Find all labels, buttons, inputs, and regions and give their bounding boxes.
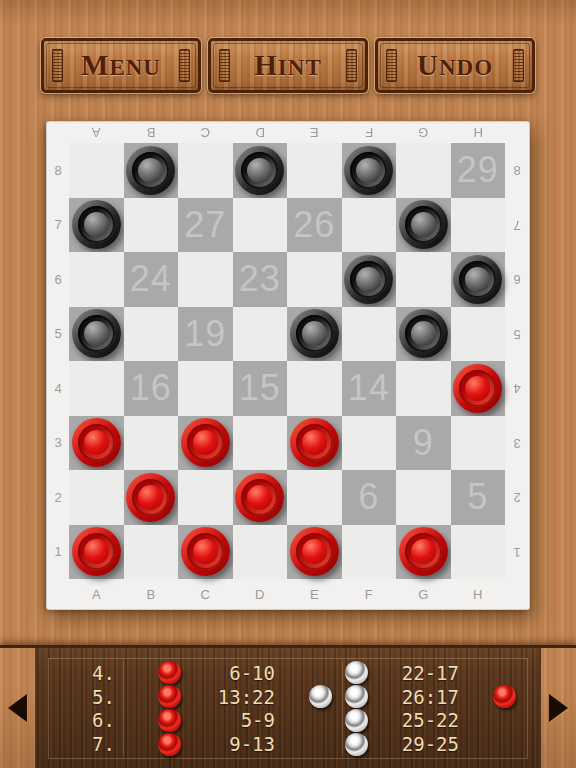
red-move-cell: 5-9 [124, 709, 343, 733]
square-b6[interactable]: 24 [124, 252, 179, 307]
icon-slot [298, 685, 342, 708]
app-screen: Menu Hint Undo ABCDEFGH82987272676242365… [0, 0, 576, 768]
square-b1 [124, 525, 179, 580]
ornament-left-icon [52, 49, 63, 82]
file-label-bottom-a: A [69, 579, 124, 609]
rank-label-right-7: 7 [505, 198, 529, 253]
square-f6[interactable] [342, 252, 397, 307]
square-c7[interactable]: 27 [178, 198, 233, 253]
white-checker-icon [345, 685, 368, 708]
rank-label-right-5: 5 [505, 307, 529, 362]
black-checker-piece[interactable] [399, 200, 448, 249]
square-f1 [342, 525, 397, 580]
square-number-6: 6 [342, 470, 397, 525]
right-arrow-icon [549, 694, 568, 722]
square-a5[interactable] [69, 307, 124, 362]
square-f7 [342, 198, 397, 253]
board-corner [47, 579, 69, 609]
square-h8[interactable]: 29 [451, 143, 506, 198]
square-h5 [451, 307, 506, 362]
square-e7[interactable]: 26 [287, 198, 342, 253]
square-h4[interactable] [451, 361, 506, 416]
toolbar: Menu Hint Undo [0, 38, 576, 93]
next-moves-button[interactable] [539, 648, 576, 768]
square-c2 [178, 470, 233, 525]
board-corner [505, 122, 529, 143]
red-checker-piece[interactable] [181, 527, 230, 576]
icon-slot [124, 661, 198, 684]
rank-label-left-5: 5 [47, 307, 69, 362]
undo-button-label: Undo [417, 51, 493, 80]
square-a6 [69, 252, 124, 307]
square-e3[interactable] [287, 416, 342, 471]
black-checker-piece[interactable] [235, 146, 284, 195]
captured-white-checker-icon [309, 685, 332, 708]
square-h7 [451, 198, 506, 253]
menu-button-label: Menu [81, 51, 161, 80]
square-a1[interactable] [69, 525, 124, 580]
rank-label-left-3: 3 [47, 416, 69, 471]
ornament-right-icon [513, 49, 524, 82]
square-f5 [342, 307, 397, 362]
ornament-right-icon [346, 49, 357, 82]
rank-label-left-4: 4 [47, 361, 69, 416]
file-label-bottom-h: H [451, 579, 506, 609]
file-label-bottom-b: B [124, 579, 179, 609]
square-b4[interactable]: 16 [124, 361, 179, 416]
square-d1 [233, 525, 288, 580]
white-checker-icon [345, 661, 368, 684]
file-label-top-b: B [124, 122, 179, 143]
move-list-panel: 4.6-1022-175.13:2226:176.5-925-227.9-132… [37, 648, 539, 768]
square-number-15: 15 [233, 361, 288, 416]
red-checker-piece[interactable] [453, 364, 502, 413]
rank-label-right-8: 8 [505, 143, 529, 198]
square-b3 [124, 416, 179, 471]
red-checker-piece[interactable] [235, 473, 284, 522]
black-move-text: 25-22 [371, 709, 481, 731]
file-label-bottom-d: D [233, 579, 288, 609]
square-g8 [396, 143, 451, 198]
red-checker-piece[interactable] [290, 418, 339, 467]
red-checker-piece[interactable] [290, 527, 339, 576]
file-label-top-e: E [287, 122, 342, 143]
rank-label-left-6: 6 [47, 252, 69, 307]
square-f4[interactable]: 14 [342, 361, 397, 416]
black-move-text: 26:17 [371, 686, 481, 708]
black-checker-piece[interactable] [344, 255, 393, 304]
black-checker-piece[interactable] [344, 146, 393, 195]
black-move-text: 29-25 [371, 733, 481, 755]
black-move-text: 22-17 [371, 662, 481, 684]
ornament-right-icon [179, 49, 190, 82]
icon-slot [124, 709, 198, 732]
file-label-bottom-f: F [342, 579, 397, 609]
square-g3[interactable]: 9 [396, 416, 451, 471]
rank-label-left-8: 8 [47, 143, 69, 198]
square-d2[interactable] [233, 470, 288, 525]
square-f2[interactable]: 6 [342, 470, 397, 525]
square-d7 [233, 198, 288, 253]
square-e4 [287, 361, 342, 416]
square-number-24: 24 [124, 252, 179, 307]
black-move-cell: 29-25 [343, 732, 527, 756]
file-label-bottom-c: C [178, 579, 233, 609]
square-c1[interactable] [178, 525, 233, 580]
square-a7[interactable] [69, 198, 124, 253]
square-number-29: 29 [451, 143, 506, 198]
black-checker-piece[interactable] [72, 200, 121, 249]
red-move-text: 13:22 [198, 686, 298, 708]
square-d5 [233, 307, 288, 362]
red-move-text: 9-13 [198, 733, 298, 755]
square-f3 [342, 416, 397, 471]
icon-slot [343, 709, 371, 732]
file-label-top-f: F [342, 122, 397, 143]
rank-label-left-1: 1 [47, 525, 69, 580]
move-row: 6.5-925-22 [49, 709, 527, 733]
square-c6 [178, 252, 233, 307]
rank-label-right-1: 1 [505, 525, 529, 580]
square-e1[interactable] [287, 525, 342, 580]
square-d3 [233, 416, 288, 471]
red-checker-piece[interactable] [181, 418, 230, 467]
red-move-cell: 9-13 [124, 732, 343, 756]
square-number-23: 23 [233, 252, 288, 307]
board-corner [47, 122, 69, 143]
square-a2 [69, 470, 124, 525]
red-checker-icon [158, 709, 181, 732]
icon-slot [343, 685, 371, 708]
black-move-cell: 26:17 [343, 685, 527, 709]
square-c3[interactable] [178, 416, 233, 471]
square-b7 [124, 198, 179, 253]
move-number: 6. [49, 709, 124, 733]
square-h2[interactable]: 5 [451, 470, 506, 525]
file-label-top-a: A [69, 122, 124, 143]
square-number-5: 5 [451, 470, 506, 525]
hint-button-label: Hint [254, 51, 321, 80]
move-row: 7.9-1329-25 [49, 732, 527, 756]
board-grid: ABCDEFGH82987272676242365195416151443932… [47, 122, 529, 609]
rank-label-right-4: 4 [505, 361, 529, 416]
red-checker-piece[interactable] [72, 527, 121, 576]
move-number: 4. [49, 661, 124, 685]
hint-button[interactable]: Hint [208, 38, 368, 93]
icon-slot [343, 661, 371, 684]
square-b8[interactable] [124, 143, 179, 198]
red-move-text: 6-10 [198, 662, 298, 684]
square-h3 [451, 416, 506, 471]
square-d8[interactable] [233, 143, 288, 198]
square-number-27: 27 [178, 198, 233, 253]
rank-label-right-6: 6 [505, 252, 529, 307]
file-label-top-d: D [233, 122, 288, 143]
icon-slot [343, 733, 371, 756]
icon-slot [124, 733, 198, 756]
move-history-bar: 4.6-1022-175.13:2226:176.5-925-227.9-132… [0, 645, 576, 768]
move-number: 5. [49, 685, 124, 709]
square-number-14: 14 [342, 361, 397, 416]
square-d6[interactable]: 23 [233, 252, 288, 307]
red-move-cell: 13:22 [124, 685, 343, 709]
square-number-9: 9 [396, 416, 451, 471]
red-move-cell: 6-10 [124, 661, 343, 685]
file-label-bottom-e: E [287, 579, 342, 609]
square-h6[interactable] [451, 252, 506, 307]
black-checker-piece[interactable] [399, 309, 448, 358]
rank-label-left-7: 7 [47, 198, 69, 253]
square-g2 [396, 470, 451, 525]
white-checker-icon [345, 709, 368, 732]
board-corner [505, 579, 529, 609]
red-checker-piece[interactable] [72, 418, 121, 467]
checkers-board: ABCDEFGH82987272676242365195416151443932… [46, 121, 530, 610]
square-g6 [396, 252, 451, 307]
left-arrow-icon [8, 694, 27, 722]
square-g4 [396, 361, 451, 416]
square-b5 [124, 307, 179, 362]
ornament-left-icon [219, 49, 230, 82]
square-g7[interactable] [396, 198, 451, 253]
black-checker-piece[interactable] [290, 309, 339, 358]
move-number: 7. [49, 732, 124, 756]
square-a4 [69, 361, 124, 416]
square-f8[interactable] [342, 143, 397, 198]
white-checker-icon [345, 733, 368, 756]
square-a3[interactable] [69, 416, 124, 471]
black-checker-piece[interactable] [72, 309, 121, 358]
square-e6 [287, 252, 342, 307]
red-checker-piece[interactable] [126, 473, 175, 522]
square-number-26: 26 [287, 198, 342, 253]
black-checker-piece[interactable] [453, 255, 502, 304]
move-row: 5.13:2226:17 [49, 685, 527, 709]
rank-label-left-2: 2 [47, 470, 69, 525]
square-d4[interactable]: 15 [233, 361, 288, 416]
red-checker-icon [158, 685, 181, 708]
captured-red-checker-icon [493, 685, 516, 708]
square-g1[interactable] [396, 525, 451, 580]
square-e5[interactable] [287, 307, 342, 362]
square-c8 [178, 143, 233, 198]
ornament-left-icon [386, 49, 397, 82]
prev-moves-button[interactable] [0, 648, 37, 768]
black-checker-piece[interactable] [126, 146, 175, 195]
file-label-top-g: G [396, 122, 451, 143]
square-number-16: 16 [124, 361, 179, 416]
black-move-cell: 22-17 [343, 661, 527, 685]
undo-button[interactable]: Undo [375, 38, 535, 93]
rank-label-right-3: 3 [505, 416, 529, 471]
square-e8 [287, 143, 342, 198]
red-checker-piece[interactable] [399, 527, 448, 576]
square-a8 [69, 143, 124, 198]
square-number-19: 19 [178, 307, 233, 362]
move-row: 4.6-1022-17 [49, 661, 527, 685]
icon-slot [481, 685, 527, 708]
black-move-cell: 25-22 [343, 709, 527, 733]
square-g5[interactable] [396, 307, 451, 362]
square-h1 [451, 525, 506, 580]
square-e2 [287, 470, 342, 525]
square-c4 [178, 361, 233, 416]
move-list: 4.6-1022-175.13:2226:176.5-925-227.9-132… [48, 658, 528, 759]
icon-slot [124, 685, 198, 708]
rank-label-right-2: 2 [505, 470, 529, 525]
menu-button[interactable]: Menu [41, 38, 201, 93]
file-label-top-h: H [451, 122, 506, 143]
red-move-text: 5-9 [198, 709, 298, 731]
file-label-bottom-g: G [396, 579, 451, 609]
red-checker-icon [158, 661, 181, 684]
file-label-top-c: C [178, 122, 233, 143]
square-c5[interactable]: 19 [178, 307, 233, 362]
red-checker-icon [158, 733, 181, 756]
square-b2[interactable] [124, 470, 179, 525]
